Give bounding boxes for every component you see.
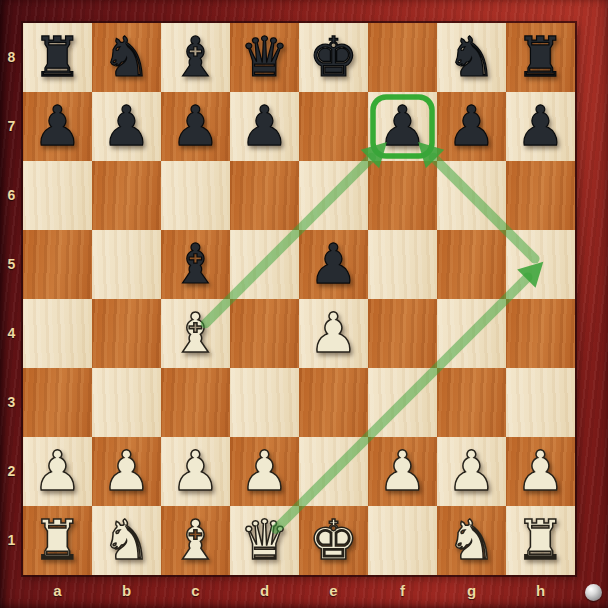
square-f4[interactable] [368, 299, 437, 368]
square-b8[interactable]: ♞ [92, 23, 161, 92]
file-label-e: e [299, 575, 368, 608]
piece-black-pawn[interactable]: ♟ [378, 92, 427, 161]
square-b3[interactable] [92, 368, 161, 437]
square-a2[interactable]: ♟ [23, 437, 92, 506]
file-label-c: c [161, 575, 230, 608]
square-c6[interactable] [161, 161, 230, 230]
square-a3[interactable] [23, 368, 92, 437]
square-f5[interactable] [368, 230, 437, 299]
piece-white-pawn[interactable]: ♟ [516, 437, 565, 506]
piece-white-pawn[interactable]: ♟ [33, 437, 82, 506]
square-a6[interactable] [23, 161, 92, 230]
square-g7[interactable]: ♟ [437, 92, 506, 161]
square-g8[interactable]: ♞ [437, 23, 506, 92]
square-a8[interactable]: ♜ [23, 23, 92, 92]
file-label-a: a [23, 575, 92, 608]
square-a4[interactable] [23, 299, 92, 368]
piece-black-pawn[interactable]: ♟ [33, 92, 82, 161]
piece-black-queen[interactable]: ♛ [240, 23, 289, 92]
square-c7[interactable]: ♟ [161, 92, 230, 161]
square-e1[interactable]: ♚ [299, 506, 368, 575]
file-label-b: b [92, 575, 161, 608]
piece-black-knight[interactable]: ♞ [102, 23, 151, 92]
piece-white-pawn[interactable]: ♟ [378, 437, 427, 506]
piece-black-bishop[interactable]: ♝ [171, 230, 220, 299]
piece-white-king[interactable]: ♚ [309, 506, 358, 575]
piece-black-pawn[interactable]: ♟ [516, 92, 565, 161]
piece-white-pawn[interactable]: ♟ [171, 437, 220, 506]
square-f8[interactable] [368, 23, 437, 92]
square-f6[interactable] [368, 161, 437, 230]
square-f1[interactable] [368, 506, 437, 575]
piece-white-rook[interactable]: ♜ [516, 506, 565, 575]
square-e7[interactable] [299, 92, 368, 161]
square-f7[interactable]: ♟ [368, 92, 437, 161]
square-b6[interactable] [92, 161, 161, 230]
rank-label-2: 2 [0, 437, 23, 506]
square-f3[interactable] [368, 368, 437, 437]
piece-black-pawn[interactable]: ♟ [102, 92, 151, 161]
square-a5[interactable] [23, 230, 92, 299]
square-g2[interactable]: ♟ [437, 437, 506, 506]
square-c5[interactable]: ♝ [161, 230, 230, 299]
rank-label-4: 4 [0, 299, 23, 368]
square-d7[interactable]: ♟ [230, 92, 299, 161]
square-g4[interactable] [437, 299, 506, 368]
square-h6[interactable] [506, 161, 575, 230]
square-h4[interactable] [506, 299, 575, 368]
square-d1[interactable]: ♛ [230, 506, 299, 575]
file-label-g: g [437, 575, 506, 608]
square-g6[interactable] [437, 161, 506, 230]
piece-white-pawn[interactable]: ♟ [309, 299, 358, 368]
piece-black-pawn[interactable]: ♟ [240, 92, 289, 161]
piece-white-pawn[interactable]: ♟ [240, 437, 289, 506]
square-h3[interactable] [506, 368, 575, 437]
square-c4[interactable]: ♝ [161, 299, 230, 368]
square-e8[interactable]: ♚ [299, 23, 368, 92]
file-label-d: d [230, 575, 299, 608]
square-b5[interactable] [92, 230, 161, 299]
rank-label-7: 7 [0, 92, 23, 161]
square-b1[interactable]: ♞ [92, 506, 161, 575]
piece-black-bishop[interactable]: ♝ [171, 23, 220, 92]
piece-white-queen[interactable]: ♛ [240, 506, 289, 575]
square-d6[interactable] [230, 161, 299, 230]
square-a7[interactable]: ♟ [23, 92, 92, 161]
square-h7[interactable]: ♟ [506, 92, 575, 161]
square-e6[interactable] [299, 161, 368, 230]
square-b2[interactable]: ♟ [92, 437, 161, 506]
rank-label-3: 3 [0, 368, 23, 437]
square-a1[interactable]: ♜ [23, 506, 92, 575]
chess-board: ♜♞♝♛♚♞♜♟♟♟♟♟♟♟♝♟♝♟♟♟♟♟♟♟♟♜♞♝♛♚♞♜ [23, 23, 575, 575]
square-h1[interactable]: ♜ [506, 506, 575, 575]
square-g3[interactable] [437, 368, 506, 437]
piece-white-bishop[interactable]: ♝ [171, 299, 220, 368]
file-label-f: f [368, 575, 437, 608]
piece-black-rook[interactable]: ♜ [33, 23, 82, 92]
square-d8[interactable]: ♛ [230, 23, 299, 92]
chess-app: ♜♞♝♛♚♞♜♟♟♟♟♟♟♟♝♟♝♟♟♟♟♟♟♟♟♜♞♝♛♚♞♜ 8765432… [0, 0, 608, 608]
square-h8[interactable]: ♜ [506, 23, 575, 92]
square-c1[interactable]: ♝ [161, 506, 230, 575]
piece-white-pawn[interactable]: ♟ [102, 437, 151, 506]
square-e2[interactable] [299, 437, 368, 506]
piece-white-knight[interactable]: ♞ [447, 506, 496, 575]
square-b4[interactable] [92, 299, 161, 368]
piece-black-rook[interactable]: ♜ [516, 23, 565, 92]
square-d5[interactable] [230, 230, 299, 299]
rank-label-8: 8 [0, 23, 23, 92]
square-d4[interactable] [230, 299, 299, 368]
square-e3[interactable] [299, 368, 368, 437]
piece-black-pawn[interactable]: ♟ [447, 92, 496, 161]
piece-white-bishop[interactable]: ♝ [171, 506, 220, 575]
square-c3[interactable] [161, 368, 230, 437]
square-h5[interactable] [506, 230, 575, 299]
piece-black-pawn[interactable]: ♟ [309, 230, 358, 299]
square-d2[interactable]: ♟ [230, 437, 299, 506]
piece-white-pawn[interactable]: ♟ [447, 437, 496, 506]
piece-black-knight[interactable]: ♞ [447, 23, 496, 92]
piece-black-king[interactable]: ♚ [309, 23, 358, 92]
piece-white-rook[interactable]: ♜ [33, 506, 82, 575]
square-c8[interactable]: ♝ [161, 23, 230, 92]
piece-black-pawn[interactable]: ♟ [171, 92, 220, 161]
square-h2[interactable]: ♟ [506, 437, 575, 506]
rank-label-1: 1 [0, 506, 23, 575]
square-e5[interactable]: ♟ [299, 230, 368, 299]
square-g5[interactable] [437, 230, 506, 299]
square-c2[interactable]: ♟ [161, 437, 230, 506]
piece-white-knight[interactable]: ♞ [102, 506, 151, 575]
square-d3[interactable] [230, 368, 299, 437]
frame-stud-decoration [585, 584, 602, 601]
square-b7[interactable]: ♟ [92, 92, 161, 161]
rank-label-5: 5 [0, 230, 23, 299]
square-e4[interactable]: ♟ [299, 299, 368, 368]
square-g1[interactable]: ♞ [437, 506, 506, 575]
file-label-h: h [506, 575, 575, 608]
rank-label-6: 6 [0, 161, 23, 230]
square-f2[interactable]: ♟ [368, 437, 437, 506]
